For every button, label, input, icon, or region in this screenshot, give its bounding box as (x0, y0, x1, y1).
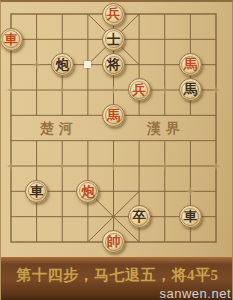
red-horse-glyph: 馬 (184, 57, 198, 71)
board-point-f8r3: 馬 (178, 52, 204, 77)
black-chariot-glyph: 車 (30, 184, 44, 198)
board-point-f3r3: 炮 (49, 52, 75, 77)
piece-red-chariot[interactable]: 車 (0, 28, 23, 51)
red-chariot-glyph: 車 (4, 32, 18, 46)
board[interactable]: 楚河 漢界 兵車士炮将馬兵馬馬車炮卒車帥 (1, 2, 233, 262)
black-advisor-glyph: 士 (107, 32, 121, 46)
board-point-f5r1: 兵 (101, 1, 127, 26)
board-point-f4r8: 炮 (75, 179, 101, 204)
piece-black-chariot[interactable]: 車 (179, 205, 202, 228)
piece-black-chariot[interactable]: 車 (25, 180, 48, 203)
piece-red-cannon[interactable]: 炮 (76, 180, 99, 203)
piece-red-horse[interactable]: 馬 (102, 104, 125, 127)
board-point-f8r4: 馬 (178, 77, 204, 102)
board-point-f5r2: 士 (101, 27, 127, 52)
black-chariot-glyph: 車 (184, 209, 198, 223)
move-caption: 第十四步，马七退五，将4平5 (1, 266, 233, 285)
board-point-f5r3: 将 (101, 52, 127, 77)
piece-red-general[interactable]: 帥 (102, 230, 125, 253)
piece-black-cannon[interactable]: 炮 (51, 53, 74, 76)
piece-black-general[interactable]: 将 (102, 53, 125, 76)
piece-red-soldier[interactable]: 兵 (102, 3, 125, 26)
black-general-glyph: 将 (107, 57, 121, 71)
red-cannon-glyph: 炮 (81, 184, 95, 198)
caption-band: 第十四步，马七退五，将4平5 sanwen.net (1, 257, 233, 300)
board-point-f8r9: 車 (178, 204, 204, 229)
red-horse-glyph: 馬 (107, 108, 121, 122)
board-point-f6r4: 兵 (126, 77, 152, 102)
board-point-f6r9: 卒 (126, 204, 152, 229)
watermark: sanwen.net (160, 286, 232, 300)
red-soldier-glyph: 兵 (132, 83, 146, 97)
board-point-f5r5: 馬 (101, 103, 127, 128)
piece-black-soldier[interactable]: 卒 (128, 205, 151, 228)
black-soldier-glyph: 卒 (132, 209, 146, 223)
xiangqi-screenshot: 楚河 漢界 兵車士炮将馬兵馬馬車炮卒車帥 第十四步，马七退五，将4平5 sanw… (0, 0, 233, 300)
piece-black-horse[interactable]: 馬 (179, 78, 202, 101)
pieces-layer: 兵車士炮将馬兵馬馬車炮卒車帥 (0, 1, 229, 254)
piece-red-soldier[interactable]: 兵 (128, 78, 151, 101)
red-general-glyph: 帥 (107, 235, 121, 249)
board-point-f5r10: 帥 (101, 229, 127, 254)
board-point-f2r8: 車 (24, 179, 50, 204)
black-horse-glyph: 馬 (184, 83, 198, 97)
board-point-f1r2: 車 (0, 27, 24, 52)
piece-red-horse[interactable]: 馬 (179, 53, 202, 76)
black-cannon-glyph: 炮 (56, 57, 70, 71)
piece-black-advisor[interactable]: 士 (102, 28, 125, 51)
red-soldier-glyph: 兵 (107, 7, 121, 21)
